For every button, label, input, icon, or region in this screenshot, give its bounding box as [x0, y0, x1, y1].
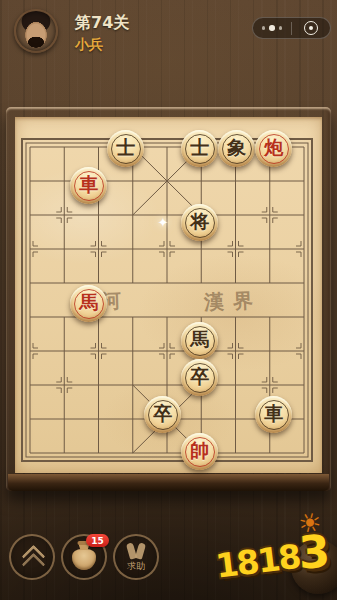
close-target-button[interactable]: [292, 18, 330, 38]
help-button-label: 求助: [115, 560, 157, 573]
piece-layer: 士士象炮車将馬馬卒卒車帥✦: [13, 130, 321, 470]
piece-black-象[interactable]: 象: [218, 130, 255, 167]
praying-hands-icon: [135, 542, 146, 559]
collapse-menu-button[interactable]: [9, 534, 55, 580]
target-circle-icon: [304, 21, 318, 35]
piece-black-車[interactable]: 車: [255, 396, 292, 433]
piece-red-馬[interactable]: 馬: [70, 285, 107, 322]
money-bag-icon: [72, 549, 96, 570]
player-rank: 小兵: [75, 36, 103, 54]
piece-black-卒[interactable]: 卒: [181, 359, 218, 396]
piece-red-炮[interactable]: 炮: [255, 130, 292, 167]
logo-text: 18183: [212, 522, 331, 588]
sparkle-effect: ✦: [157, 216, 168, 229]
18183-logo: ☀ 18183: [211, 502, 337, 594]
more-dot-icon: [262, 26, 266, 30]
piece-black-馬[interactable]: 馬: [181, 322, 218, 359]
more-dot-icon: [279, 26, 283, 30]
more-dot-icon: [269, 25, 275, 31]
hint-bag-button[interactable]: 15: [61, 534, 107, 580]
more-menu-button[interactable]: [253, 18, 291, 38]
piece-black-将[interactable]: 将: [181, 204, 218, 241]
logo-digit-last: 3: [297, 525, 329, 579]
hint-count-badge: 15: [86, 534, 109, 547]
level-title: 第74关: [75, 13, 129, 34]
piece-black-士[interactable]: 士: [181, 130, 218, 167]
game-screen: 第74关 小兵 楚河 漢界 士士象炮車将馬馬卒卒車帥✦ 15 求助: [0, 0, 337, 600]
player-avatar: [14, 9, 58, 53]
piece-red-帥[interactable]: 帥: [181, 433, 218, 470]
piece-black-卒[interactable]: 卒: [144, 396, 181, 433]
logo-digits-main: 1818: [214, 537, 302, 586]
piece-red-車[interactable]: 車: [70, 167, 107, 204]
ask-help-button[interactable]: 求助: [113, 534, 159, 580]
miniprogram-capsule: [252, 17, 331, 39]
piece-black-士[interactable]: 士: [107, 130, 144, 167]
